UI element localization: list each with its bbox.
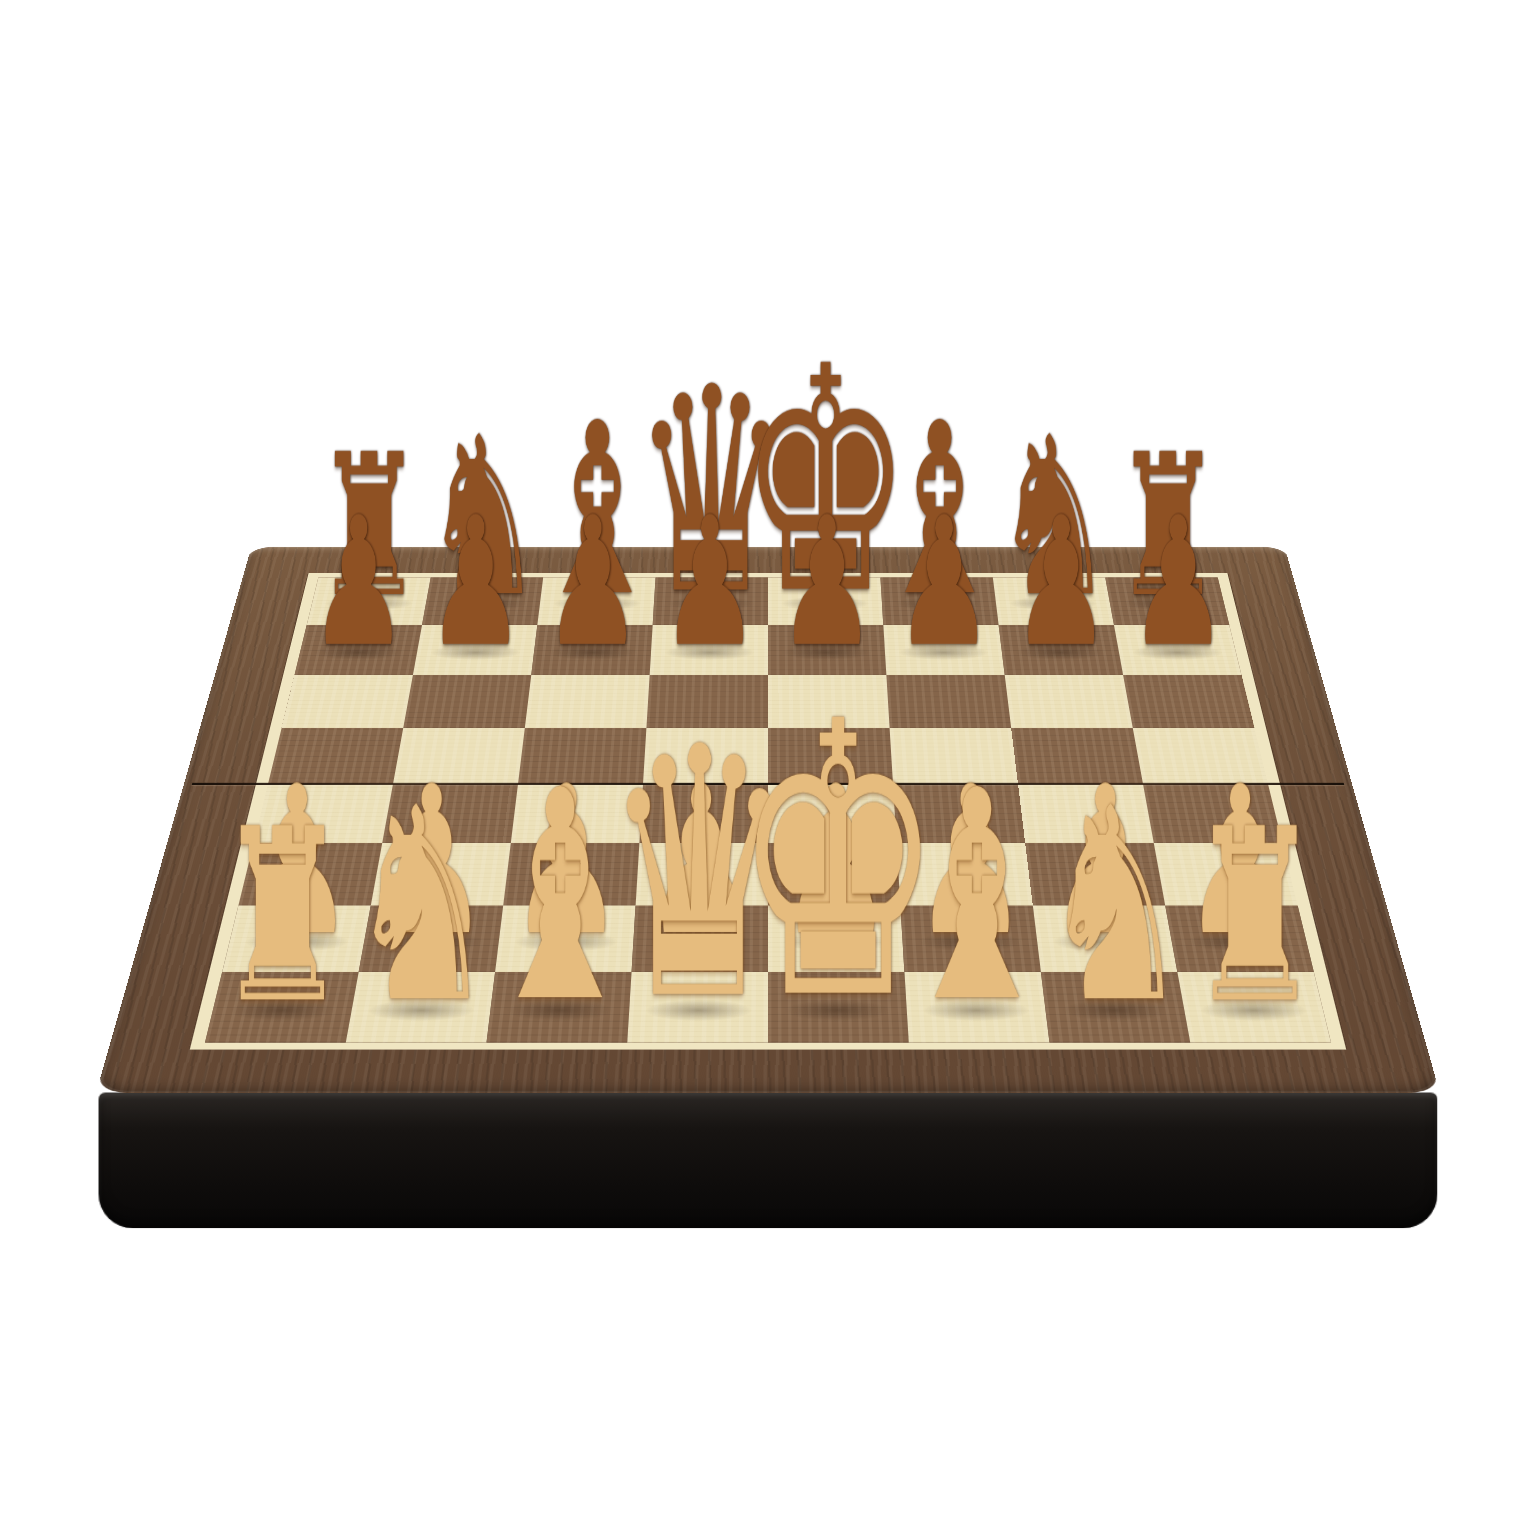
piece-white-knight-g1[interactable]: ♞ [1041,799,1189,1012]
piece-black-pawn-b7[interactable]: ♟ [426,512,525,654]
piece-black-pawn-c7[interactable]: ♟ [543,512,642,654]
square-e1[interactable]: ♚ [768,972,909,1043]
square-h6[interactable] [1123,675,1254,728]
square-a1[interactable]: ♜ [205,972,359,1043]
square-b1[interactable]: ♞ [346,972,495,1043]
perspective-stage: ♜♞♝♛♚♝♞♜♟♟♟♟♟♟♟♟♟♟♟♟♟♟♟♟♜♞♝♛♚♝♞♜ [0,0,1536,1536]
piece-black-pawn-a7[interactable]: ♟ [309,512,408,654]
square-f1[interactable]: ♝ [904,972,1049,1043]
square-b6[interactable] [403,675,531,728]
piece-white-rook-h1[interactable]: ♜ [1188,821,1321,1012]
square-b7[interactable]: ♟ [413,625,537,675]
board-base-edge [99,1093,1438,1229]
piece-black-pawn-h7[interactable]: ♟ [1128,512,1227,654]
square-c7[interactable]: ♟ [531,625,652,675]
piece-black-pawn-g7[interactable]: ♟ [1011,512,1110,654]
piece-white-rook-a1[interactable]: ♜ [215,821,348,1012]
square-h1[interactable]: ♜ [1177,972,1331,1043]
chess-board: ♜♞♝♛♚♝♞♜♟♟♟♟♟♟♟♟♟♟♟♟♟♟♟♟♜♞♝♛♚♝♞♜ [96,547,1440,1093]
piece-white-bishop-f1[interactable]: ♝ [896,781,1057,1012]
square-a6[interactable] [282,675,413,728]
piece-white-knight-b1[interactable]: ♞ [347,799,495,1012]
piece-black-pawn-e7[interactable]: ♟ [777,512,876,654]
piece-black-pawn-f7[interactable]: ♟ [894,512,993,654]
piece-black-pawn-d7[interactable]: ♟ [660,512,759,654]
square-g6[interactable] [1005,675,1133,728]
square-h7[interactable]: ♟ [1114,625,1242,675]
product-photo-scene: ♜♞♝♛♚♝♞♜♟♟♟♟♟♟♟♟♟♟♟♟♟♟♟♟♜♞♝♛♚♝♞♜ [0,0,1536,1536]
square-g7[interactable]: ♟ [999,625,1123,675]
square-a7[interactable]: ♟ [294,625,422,675]
board-grid: ♜♞♝♛♚♝♞♜♟♟♟♟♟♟♟♟♟♟♟♟♟♟♟♟♜♞♝♛♚♝♞♜ [190,573,1346,1050]
square-g1[interactable]: ♞ [1041,972,1190,1043]
